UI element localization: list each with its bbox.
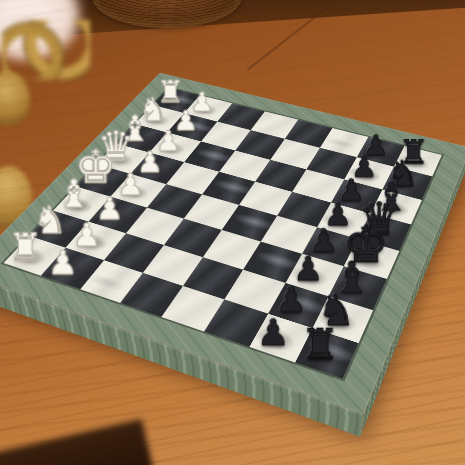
- piece-white-rook: ♜: [8, 229, 42, 267]
- table-edge-shadow: [0, 419, 154, 465]
- brass-ornament: [0, 72, 30, 126]
- piece-white-pawn: ♟: [48, 246, 78, 279]
- brass-swirl-ornament: [2, 20, 90, 80]
- piece-black-pawn: ♟: [257, 315, 289, 351]
- table-scene: ♜♟♟♜♞♟♟♞♝♟♟♝♛♟♟♛♚♟♟♚♝♟♟♝♞♟♟♞♜♟♟♜: [0, 0, 465, 465]
- square-h8: ♜: [295, 328, 359, 379]
- piece-black-rook: ♜: [301, 324, 339, 367]
